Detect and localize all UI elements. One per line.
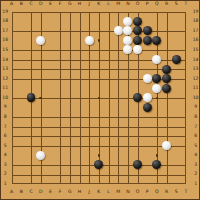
board-point-S14[interactable] (171, 55, 181, 65)
coord-bottom-F: F (59, 190, 62, 195)
white-stone-Q11[interactable] (152, 84, 161, 93)
board-point-N18[interactable] (123, 16, 133, 26)
board-point-O17[interactable] (133, 26, 143, 36)
board-point-O15[interactable] (133, 45, 143, 55)
board-point-P16[interactable] (142, 36, 152, 46)
board-point-K3[interactable] (94, 160, 104, 170)
coord-right-15: 15 (193, 48, 199, 53)
coord-bottom-E: E (49, 190, 52, 195)
board-point-R13[interactable] (162, 64, 172, 74)
white-stone-P10[interactable] (143, 93, 152, 102)
black-stone-R13[interactable] (162, 65, 171, 74)
coord-right-13: 13 (193, 67, 199, 72)
coord-right-18: 18 (193, 19, 199, 24)
white-stone-N15[interactable] (123, 45, 132, 54)
coord-right-1: 1 (194, 182, 197, 187)
black-stone-Q16[interactable] (152, 36, 161, 45)
coord-bottom-N: N (126, 190, 129, 195)
white-stone-D16[interactable] (36, 36, 45, 45)
black-stone-R12[interactable] (162, 74, 171, 83)
black-stone-C10[interactable] (27, 93, 36, 102)
board-point-P17[interactable] (142, 26, 152, 36)
coord-right-8: 8 (194, 115, 197, 120)
coord-bottom-K: K (97, 190, 100, 195)
coord-right-16: 16 (193, 38, 199, 43)
black-stone-R11[interactable] (162, 84, 171, 93)
board-point-R12[interactable] (162, 74, 172, 84)
coord-bottom-R: R (165, 190, 168, 195)
coord-right-3: 3 (194, 163, 197, 168)
coord-bottom-O: O (136, 190, 140, 195)
white-stone-O15[interactable] (133, 45, 142, 54)
coord-right-17: 17 (193, 29, 199, 34)
black-stone-Q3[interactable] (152, 160, 161, 169)
coord-bottom-G: G (68, 190, 72, 195)
board-point-Q3[interactable] (152, 160, 162, 170)
white-stone-J16[interactable] (85, 36, 94, 45)
coord-right-7: 7 (194, 124, 197, 129)
board-point-P10[interactable] (142, 93, 152, 103)
board-point-Q16[interactable] (152, 36, 162, 46)
white-stone-Q14[interactable] (152, 55, 161, 64)
coord-bottom-S: S (175, 190, 178, 195)
board-point-Q14[interactable] (152, 55, 162, 65)
board-point-D4[interactable] (36, 150, 46, 160)
white-stone-N17[interactable] (123, 26, 132, 35)
black-stone-O3[interactable] (133, 160, 142, 169)
black-stone-P9[interactable] (143, 103, 152, 112)
black-stone-P17[interactable] (143, 26, 152, 35)
board-point-O16[interactable] (133, 36, 143, 46)
board-point-P12[interactable] (142, 74, 152, 84)
board-point-O10[interactable] (133, 93, 143, 103)
board-intersections[interactable] (7, 7, 191, 189)
board-point-D16[interactable] (36, 36, 46, 46)
black-stone-P16[interactable] (143, 36, 152, 45)
black-stone-S14[interactable] (172, 55, 181, 64)
white-stone-R5[interactable] (162, 141, 171, 150)
coord-right-9: 9 (194, 105, 197, 110)
coord-bottom-M: M (116, 190, 120, 195)
coord-right-19: 19 (193, 9, 199, 14)
board-point-Q11[interactable] (152, 83, 162, 93)
board-point-O3[interactable] (133, 160, 143, 170)
board-point-R5[interactable] (162, 141, 172, 151)
white-stone-N18[interactable] (123, 17, 132, 26)
board-point-R11[interactable] (162, 83, 172, 93)
black-stone-O16[interactable] (133, 36, 142, 45)
board-point-N15[interactable] (123, 45, 133, 55)
white-stone-P12[interactable] (143, 74, 152, 83)
coord-bottom-D: D (39, 190, 43, 195)
coord-right-5: 5 (194, 143, 197, 148)
coord-bottom-H: H (78, 190, 81, 195)
coord-right-14: 14 (193, 57, 199, 62)
coord-bottom-A: A (10, 190, 13, 195)
coord-right-4: 4 (194, 153, 197, 158)
coord-bottom-P: P (146, 190, 149, 195)
board-point-P9[interactable] (142, 103, 152, 113)
coord-right-10: 10 (193, 96, 199, 101)
board-point-N16[interactable] (123, 36, 133, 46)
black-stone-O10[interactable] (133, 93, 142, 102)
coord-right-12: 12 (193, 76, 199, 81)
black-stone-K3[interactable] (94, 160, 103, 169)
board-point-J16[interactable] (84, 36, 94, 46)
board-point-Q12[interactable] (152, 74, 162, 84)
coord-bottom-L: L (107, 190, 110, 195)
coord-right-6: 6 (194, 134, 197, 139)
white-stone-M17[interactable] (114, 26, 123, 35)
black-stone-Q12[interactable] (152, 74, 161, 83)
black-stone-O17[interactable] (133, 26, 142, 35)
coord-bottom-B: B (20, 190, 23, 195)
coord-right-2: 2 (194, 172, 197, 177)
coord-bottom-T: T (185, 190, 188, 195)
board-point-O18[interactable] (133, 16, 143, 26)
coord-bottom-J: J (88, 190, 89, 195)
board-point-C10[interactable] (26, 93, 36, 103)
go-board[interactable]: AABBCCDDEEFFGGHHJJKKLLMMNNOOPPQQRRSSTT19… (0, 0, 200, 200)
board-point-N17[interactable] (123, 26, 133, 36)
coord-bottom-C: C (29, 190, 32, 195)
coord-bottom-Q: Q (155, 190, 159, 195)
white-stone-D4[interactable] (36, 151, 45, 160)
black-stone-O18[interactable] (133, 17, 142, 26)
coord-right-11: 11 (193, 86, 199, 91)
board-point-M17[interactable] (113, 26, 123, 36)
white-stone-N16[interactable] (123, 36, 132, 45)
